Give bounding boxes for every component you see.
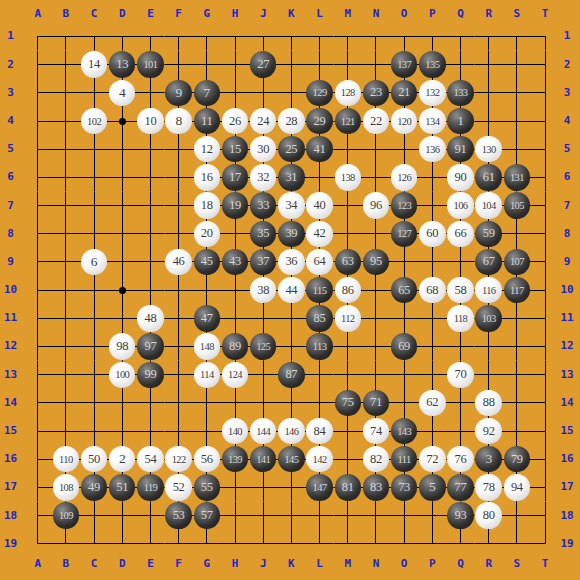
board-point-N9[interactable]: 95 — [362, 248, 390, 276]
board-point-C10[interactable] — [80, 276, 108, 304]
board-point-J13[interactable] — [249, 361, 277, 389]
board-point-D19[interactable] — [108, 530, 136, 558]
board-point-F17[interactable]: 52 — [165, 473, 193, 501]
board-point-M2[interactable] — [334, 51, 362, 79]
board-point-O18[interactable] — [390, 502, 418, 530]
board-point-A17[interactable] — [24, 473, 52, 501]
board-point-N4[interactable]: 22 — [362, 107, 390, 135]
board-point-S8[interactable] — [503, 220, 531, 248]
stone-white-128[interactable]: 128 — [335, 80, 361, 106]
board-point-G5[interactable]: 12 — [193, 135, 221, 163]
board-point-E12[interactable]: 97 — [136, 332, 164, 360]
stone-black-89[interactable]: 89 — [222, 333, 248, 359]
board-point-G14[interactable] — [193, 389, 221, 417]
board-point-O16[interactable]: 111 — [390, 445, 418, 473]
board-point-F7[interactable] — [165, 192, 193, 220]
stone-black-71[interactable]: 71 — [363, 390, 389, 416]
board-point-R14[interactable]: 88 — [475, 389, 503, 417]
board-point-H11[interactable] — [221, 304, 249, 332]
board-point-N10[interactable] — [362, 276, 390, 304]
board-point-T2[interactable] — [531, 51, 559, 79]
board-point-J6[interactable]: 32 — [249, 163, 277, 191]
stone-white-30[interactable]: 30 — [250, 136, 276, 162]
stone-black-53[interactable]: 53 — [165, 502, 191, 528]
board-point-A11[interactable] — [24, 304, 52, 332]
board-point-K9[interactable]: 36 — [277, 248, 305, 276]
stone-white-140[interactable]: 140 — [222, 418, 248, 444]
stone-black-123[interactable]: 123 — [391, 192, 417, 218]
board-point-C16[interactable]: 50 — [80, 445, 108, 473]
board-point-K4[interactable]: 28 — [277, 107, 305, 135]
board-point-R15[interactable]: 92 — [475, 417, 503, 445]
board-point-S5[interactable] — [503, 135, 531, 163]
board-point-E19[interactable] — [136, 530, 164, 558]
board-point-T10[interactable] — [531, 276, 559, 304]
board-point-N7[interactable]: 96 — [362, 192, 390, 220]
stone-white-102[interactable]: 102 — [81, 108, 107, 134]
board-point-R8[interactable]: 59 — [475, 220, 503, 248]
board-point-S1[interactable] — [503, 22, 531, 50]
stone-white-122[interactable]: 122 — [165, 446, 191, 472]
board-point-E1[interactable] — [136, 22, 164, 50]
board-point-K15[interactable]: 146 — [277, 417, 305, 445]
stone-white-104[interactable]: 104 — [475, 192, 501, 218]
board-point-B12[interactable] — [52, 332, 80, 360]
board-point-D11[interactable] — [108, 304, 136, 332]
board-point-J14[interactable] — [249, 389, 277, 417]
board-point-J15[interactable]: 144 — [249, 417, 277, 445]
stone-white-136[interactable]: 136 — [419, 136, 445, 162]
board-point-R12[interactable] — [475, 332, 503, 360]
stone-black-117[interactable]: 117 — [504, 277, 530, 303]
board-point-M8[interactable] — [334, 220, 362, 248]
board-point-H18[interactable] — [221, 502, 249, 530]
board-point-P3[interactable]: 132 — [418, 79, 446, 107]
stone-white-16[interactable]: 16 — [194, 164, 220, 190]
stone-white-110[interactable]: 110 — [53, 446, 79, 472]
board-point-O13[interactable] — [390, 361, 418, 389]
stone-white-66[interactable]: 66 — [447, 221, 473, 247]
stone-white-54[interactable]: 54 — [137, 446, 163, 472]
board-point-D12[interactable]: 98 — [108, 332, 136, 360]
stone-white-124[interactable]: 124 — [222, 362, 248, 388]
board-point-C13[interactable] — [80, 361, 108, 389]
board-point-G4[interactable]: 11 — [193, 107, 221, 135]
board-point-T19[interactable] — [531, 530, 559, 558]
board-point-L18[interactable] — [305, 502, 333, 530]
board-point-K14[interactable] — [277, 389, 305, 417]
board-point-Q1[interactable] — [446, 22, 474, 50]
stone-black-133[interactable]: 133 — [447, 80, 473, 106]
board-point-K6[interactable]: 31 — [277, 163, 305, 191]
board-point-T15[interactable] — [531, 417, 559, 445]
stone-black-13[interactable]: 13 — [109, 51, 135, 77]
board-point-D15[interactable] — [108, 417, 136, 445]
board-point-C6[interactable] — [80, 163, 108, 191]
board-point-J17[interactable] — [249, 473, 277, 501]
board-point-T6[interactable] — [531, 163, 559, 191]
board-point-Q11[interactable]: 118 — [446, 304, 474, 332]
stone-white-118[interactable]: 118 — [447, 305, 473, 331]
stone-white-82[interactable]: 82 — [363, 446, 389, 472]
stone-black-125[interactable]: 125 — [250, 333, 276, 359]
board-point-R4[interactable] — [475, 107, 503, 135]
stone-white-112[interactable]: 112 — [335, 305, 361, 331]
stone-black-137[interactable]: 137 — [391, 51, 417, 77]
board-point-M11[interactable]: 112 — [334, 304, 362, 332]
stone-black-145[interactable]: 145 — [278, 446, 304, 472]
board-point-N16[interactable]: 82 — [362, 445, 390, 473]
stone-white-146[interactable]: 146 — [278, 418, 304, 444]
board-point-S3[interactable] — [503, 79, 531, 107]
board-point-C8[interactable] — [80, 220, 108, 248]
board-point-G7[interactable]: 18 — [193, 192, 221, 220]
board-point-R13[interactable] — [475, 361, 503, 389]
board-point-A15[interactable] — [24, 417, 52, 445]
board-point-A9[interactable] — [24, 248, 52, 276]
board-point-Q17[interactable]: 77 — [446, 473, 474, 501]
board-point-F11[interactable] — [165, 304, 193, 332]
stone-black-17[interactable]: 17 — [222, 164, 248, 190]
board-point-L6[interactable] — [305, 163, 333, 191]
board-point-M12[interactable] — [334, 332, 362, 360]
stone-white-138[interactable]: 138 — [335, 164, 361, 190]
stone-black-9[interactable]: 9 — [165, 80, 191, 106]
board-point-Q6[interactable]: 90 — [446, 163, 474, 191]
board-point-M4[interactable]: 121 — [334, 107, 362, 135]
board-point-D17[interactable]: 51 — [108, 473, 136, 501]
board-point-G18[interactable]: 57 — [193, 502, 221, 530]
board-point-J2[interactable]: 27 — [249, 51, 277, 79]
board-point-H4[interactable]: 26 — [221, 107, 249, 135]
stone-white-130[interactable]: 130 — [475, 136, 501, 162]
board-point-T18[interactable] — [531, 502, 559, 530]
board-point-H15[interactable]: 140 — [221, 417, 249, 445]
board-point-J7[interactable]: 33 — [249, 192, 277, 220]
board-point-K2[interactable] — [277, 51, 305, 79]
stone-black-91[interactable]: 91 — [447, 136, 473, 162]
stone-white-38[interactable]: 38 — [250, 277, 276, 303]
board-point-O2[interactable]: 137 — [390, 51, 418, 79]
board-point-K11[interactable] — [277, 304, 305, 332]
board-point-L2[interactable] — [305, 51, 333, 79]
go-board-grid[interactable]: 1413101271371354971291282321132133102108… — [24, 22, 560, 558]
stone-black-19[interactable]: 19 — [222, 192, 248, 218]
board-point-J9[interactable]: 37 — [249, 248, 277, 276]
board-point-H2[interactable] — [221, 51, 249, 79]
board-point-S19[interactable] — [503, 530, 531, 558]
stone-black-83[interactable]: 83 — [363, 474, 389, 500]
board-point-K1[interactable] — [277, 22, 305, 50]
stone-white-34[interactable]: 34 — [278, 192, 304, 218]
stone-black-3[interactable]: 3 — [475, 446, 501, 472]
stone-black-141[interactable]: 141 — [250, 446, 276, 472]
board-point-F8[interactable] — [165, 220, 193, 248]
board-point-N3[interactable]: 23 — [362, 79, 390, 107]
board-point-T16[interactable] — [531, 445, 559, 473]
board-point-H8[interactable] — [221, 220, 249, 248]
board-point-S16[interactable]: 79 — [503, 445, 531, 473]
board-point-Q8[interactable]: 66 — [446, 220, 474, 248]
board-point-E6[interactable] — [136, 163, 164, 191]
board-point-K8[interactable]: 39 — [277, 220, 305, 248]
board-point-S7[interactable]: 105 — [503, 192, 531, 220]
board-point-S4[interactable] — [503, 107, 531, 135]
stone-white-32[interactable]: 32 — [250, 164, 276, 190]
board-point-R16[interactable]: 3 — [475, 445, 503, 473]
board-point-L8[interactable]: 42 — [305, 220, 333, 248]
board-point-P15[interactable] — [418, 417, 446, 445]
board-point-F9[interactable]: 46 — [165, 248, 193, 276]
board-point-C5[interactable] — [80, 135, 108, 163]
board-point-D16[interactable]: 2 — [108, 445, 136, 473]
board-point-K17[interactable] — [277, 473, 305, 501]
board-point-B3[interactable] — [52, 79, 80, 107]
board-point-L7[interactable]: 40 — [305, 192, 333, 220]
board-point-N11[interactable] — [362, 304, 390, 332]
board-point-G19[interactable] — [193, 530, 221, 558]
board-point-C1[interactable] — [80, 22, 108, 50]
stone-black-129[interactable]: 129 — [306, 80, 332, 106]
board-point-S18[interactable] — [503, 502, 531, 530]
board-point-R19[interactable] — [475, 530, 503, 558]
stone-white-92[interactable]: 92 — [475, 418, 501, 444]
board-point-S17[interactable]: 94 — [503, 473, 531, 501]
board-point-D2[interactable]: 13 — [108, 51, 136, 79]
board-point-K12[interactable] — [277, 332, 305, 360]
board-point-H1[interactable] — [221, 22, 249, 50]
board-point-B17[interactable]: 108 — [52, 473, 80, 501]
stone-black-21[interactable]: 21 — [391, 80, 417, 106]
stone-black-95[interactable]: 95 — [363, 249, 389, 275]
stone-white-132[interactable]: 132 — [419, 80, 445, 106]
board-point-M17[interactable]: 81 — [334, 473, 362, 501]
stone-white-114[interactable]: 114 — [194, 362, 220, 388]
board-point-S14[interactable] — [503, 389, 531, 417]
stone-white-134[interactable]: 134 — [419, 108, 445, 134]
stone-white-28[interactable]: 28 — [278, 108, 304, 134]
board-point-C4[interactable]: 102 — [80, 107, 108, 135]
board-point-C2[interactable]: 14 — [80, 51, 108, 79]
stone-black-11[interactable]: 11 — [194, 108, 220, 134]
board-point-K5[interactable]: 25 — [277, 135, 305, 163]
board-point-C14[interactable] — [80, 389, 108, 417]
stone-black-29[interactable]: 29 — [306, 108, 332, 134]
stone-white-52[interactable]: 52 — [165, 474, 191, 500]
stone-white-6[interactable]: 6 — [81, 249, 107, 275]
stone-white-64[interactable]: 64 — [306, 249, 332, 275]
stone-white-20[interactable]: 20 — [194, 221, 220, 247]
board-point-F5[interactable] — [165, 135, 193, 163]
board-point-M14[interactable]: 75 — [334, 389, 362, 417]
board-point-T8[interactable] — [531, 220, 559, 248]
board-point-H12[interactable]: 89 — [221, 332, 249, 360]
board-point-D4[interactable] — [108, 107, 136, 135]
board-point-E7[interactable] — [136, 192, 164, 220]
board-point-G12[interactable]: 148 — [193, 332, 221, 360]
board-point-M5[interactable] — [334, 135, 362, 163]
board-point-P13[interactable] — [418, 361, 446, 389]
board-point-F15[interactable] — [165, 417, 193, 445]
board-point-L10[interactable]: 115 — [305, 276, 333, 304]
board-point-B16[interactable]: 110 — [52, 445, 80, 473]
board-point-F19[interactable] — [165, 530, 193, 558]
board-point-F18[interactable]: 53 — [165, 502, 193, 530]
board-point-B2[interactable] — [52, 51, 80, 79]
board-point-T1[interactable] — [531, 22, 559, 50]
board-point-J11[interactable] — [249, 304, 277, 332]
stone-black-69[interactable]: 69 — [391, 333, 417, 359]
board-point-Q16[interactable]: 76 — [446, 445, 474, 473]
stone-white-78[interactable]: 78 — [475, 474, 501, 500]
board-point-G9[interactable]: 45 — [193, 248, 221, 276]
board-point-P5[interactable]: 136 — [418, 135, 446, 163]
board-point-O9[interactable] — [390, 248, 418, 276]
board-point-P18[interactable] — [418, 502, 446, 530]
stone-black-59[interactable]: 59 — [475, 221, 501, 247]
board-point-K10[interactable]: 44 — [277, 276, 305, 304]
stone-black-109[interactable]: 109 — [53, 502, 79, 528]
stone-black-119[interactable]: 119 — [137, 474, 163, 500]
stone-black-139[interactable]: 139 — [222, 446, 248, 472]
board-point-O6[interactable]: 126 — [390, 163, 418, 191]
board-point-N17[interactable]: 83 — [362, 473, 390, 501]
stone-white-42[interactable]: 42 — [306, 221, 332, 247]
stone-white-100[interactable]: 100 — [109, 362, 135, 388]
stone-white-10[interactable]: 10 — [137, 108, 163, 134]
stone-black-79[interactable]: 79 — [504, 446, 530, 472]
board-point-P2[interactable]: 135 — [418, 51, 446, 79]
board-point-T12[interactable] — [531, 332, 559, 360]
stone-black-65[interactable]: 65 — [391, 277, 417, 303]
board-point-A12[interactable] — [24, 332, 52, 360]
board-point-H9[interactable]: 43 — [221, 248, 249, 276]
board-point-O5[interactable] — [390, 135, 418, 163]
stone-black-15[interactable]: 15 — [222, 136, 248, 162]
board-point-A14[interactable] — [24, 389, 52, 417]
stone-white-68[interactable]: 68 — [419, 277, 445, 303]
stone-white-36[interactable]: 36 — [278, 249, 304, 275]
board-point-R1[interactable] — [475, 22, 503, 50]
stone-white-24[interactable]: 24 — [250, 108, 276, 134]
board-point-P16[interactable]: 72 — [418, 445, 446, 473]
board-point-J4[interactable]: 24 — [249, 107, 277, 135]
stone-white-84[interactable]: 84 — [306, 418, 332, 444]
board-point-K16[interactable]: 145 — [277, 445, 305, 473]
board-point-R9[interactable]: 67 — [475, 248, 503, 276]
board-point-A8[interactable] — [24, 220, 52, 248]
stone-black-61[interactable]: 61 — [475, 164, 501, 190]
board-point-Q15[interactable] — [446, 417, 474, 445]
stone-white-148[interactable]: 148 — [194, 333, 220, 359]
stone-black-7[interactable]: 7 — [194, 80, 220, 106]
board-point-B7[interactable] — [52, 192, 80, 220]
board-point-E13[interactable]: 99 — [136, 361, 164, 389]
board-point-M16[interactable] — [334, 445, 362, 473]
board-point-C19[interactable] — [80, 530, 108, 558]
board-point-J8[interactable]: 35 — [249, 220, 277, 248]
board-point-N19[interactable] — [362, 530, 390, 558]
board-point-C17[interactable]: 49 — [80, 473, 108, 501]
stone-black-81[interactable]: 81 — [335, 474, 361, 500]
stone-black-105[interactable]: 105 — [504, 192, 530, 218]
board-point-P11[interactable] — [418, 304, 446, 332]
board-point-N14[interactable]: 71 — [362, 389, 390, 417]
stone-white-90[interactable]: 90 — [447, 164, 473, 190]
board-point-A5[interactable] — [24, 135, 52, 163]
stone-white-88[interactable]: 88 — [475, 390, 501, 416]
board-point-H13[interactable]: 124 — [221, 361, 249, 389]
board-point-O19[interactable] — [390, 530, 418, 558]
stone-white-98[interactable]: 98 — [109, 333, 135, 359]
stone-black-103[interactable]: 103 — [475, 305, 501, 331]
board-point-B1[interactable] — [52, 22, 80, 50]
board-point-A4[interactable] — [24, 107, 52, 135]
board-point-E2[interactable]: 101 — [136, 51, 164, 79]
board-point-O1[interactable] — [390, 22, 418, 50]
board-point-Q4[interactable]: 1 — [446, 107, 474, 135]
board-point-B14[interactable] — [52, 389, 80, 417]
board-point-D8[interactable] — [108, 220, 136, 248]
board-point-N5[interactable] — [362, 135, 390, 163]
board-point-Q3[interactable]: 133 — [446, 79, 474, 107]
board-point-S13[interactable] — [503, 361, 531, 389]
board-point-N6[interactable] — [362, 163, 390, 191]
board-point-F12[interactable] — [165, 332, 193, 360]
stone-black-51[interactable]: 51 — [109, 474, 135, 500]
board-point-E5[interactable] — [136, 135, 164, 163]
board-point-M19[interactable] — [334, 530, 362, 558]
board-point-C15[interactable] — [80, 417, 108, 445]
board-point-S15[interactable] — [503, 417, 531, 445]
board-point-Q5[interactable]: 91 — [446, 135, 474, 163]
board-point-P19[interactable] — [418, 530, 446, 558]
board-point-O3[interactable]: 21 — [390, 79, 418, 107]
stone-black-143[interactable]: 143 — [391, 418, 417, 444]
stone-white-4[interactable]: 4 — [109, 80, 135, 106]
board-point-F2[interactable] — [165, 51, 193, 79]
stone-black-113[interactable]: 113 — [306, 333, 332, 359]
board-point-D10[interactable] — [108, 276, 136, 304]
board-point-A2[interactable] — [24, 51, 52, 79]
board-point-B5[interactable] — [52, 135, 80, 163]
board-point-N12[interactable] — [362, 332, 390, 360]
board-point-S12[interactable] — [503, 332, 531, 360]
stone-white-126[interactable]: 126 — [391, 164, 417, 190]
board-point-K18[interactable] — [277, 502, 305, 530]
board-point-A6[interactable] — [24, 163, 52, 191]
board-point-S6[interactable]: 131 — [503, 163, 531, 191]
stone-white-116[interactable]: 116 — [475, 277, 501, 303]
stone-black-49[interactable]: 49 — [81, 474, 107, 500]
stone-white-46[interactable]: 46 — [165, 249, 191, 275]
board-point-C9[interactable]: 6 — [80, 248, 108, 276]
board-point-E9[interactable] — [136, 248, 164, 276]
board-point-O7[interactable]: 123 — [390, 192, 418, 220]
stone-white-2[interactable]: 2 — [109, 446, 135, 472]
stone-white-50[interactable]: 50 — [81, 446, 107, 472]
board-point-R18[interactable]: 80 — [475, 502, 503, 530]
stone-white-76[interactable]: 76 — [447, 446, 473, 472]
board-point-A13[interactable] — [24, 361, 52, 389]
board-point-P10[interactable]: 68 — [418, 276, 446, 304]
board-point-O11[interactable] — [390, 304, 418, 332]
stone-black-57[interactable]: 57 — [194, 502, 220, 528]
board-point-L4[interactable]: 29 — [305, 107, 333, 135]
stone-black-135[interactable]: 135 — [419, 51, 445, 77]
board-point-B8[interactable] — [52, 220, 80, 248]
stone-black-131[interactable]: 131 — [504, 164, 530, 190]
